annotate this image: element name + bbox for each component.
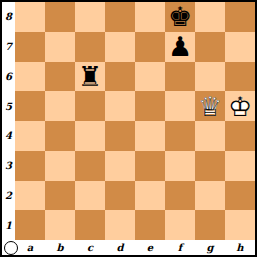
square-f6[interactable]: [165, 62, 195, 92]
square-c2[interactable]: [75, 181, 105, 211]
square-a1[interactable]: [15, 210, 45, 240]
square-e8[interactable]: [135, 2, 165, 32]
black-pawn[interactable]: ♟: [165, 32, 195, 61]
square-c4[interactable]: [75, 121, 105, 151]
square-g2[interactable]: [195, 181, 225, 211]
square-c3[interactable]: [75, 151, 105, 181]
file-label-g: g: [195, 240, 225, 255]
square-b1[interactable]: [45, 210, 75, 240]
square-e5[interactable]: [135, 91, 165, 121]
square-d1[interactable]: [105, 210, 135, 240]
square-a7[interactable]: [15, 32, 45, 62]
square-a3[interactable]: [15, 151, 45, 181]
file-label-e: e: [135, 240, 165, 255]
rank-label-3: 3: [2, 151, 15, 181]
square-c5[interactable]: [75, 91, 105, 121]
square-f8[interactable]: ♚: [165, 2, 195, 32]
square-d3[interactable]: [105, 151, 135, 181]
square-g4[interactable]: [195, 121, 225, 151]
rank-label-6: 6: [2, 62, 15, 92]
square-b8[interactable]: [45, 2, 75, 32]
square-f4[interactable]: [165, 121, 195, 151]
black-king[interactable]: ♚: [165, 2, 195, 31]
rank-labels: 8 7 6 5 4 3 2 1: [2, 2, 15, 240]
rank-label-2: 2: [2, 181, 15, 211]
square-h5[interactable]: ♚♔: [225, 91, 255, 121]
square-f1[interactable]: [165, 210, 195, 240]
square-a2[interactable]: [15, 181, 45, 211]
square-e3[interactable]: [135, 151, 165, 181]
file-label-d: d: [105, 240, 135, 255]
white-king-outline: ♔: [225, 92, 255, 121]
square-g6[interactable]: [195, 62, 225, 92]
square-e2[interactable]: [135, 181, 165, 211]
square-g7[interactable]: [195, 32, 225, 62]
square-d7[interactable]: [105, 32, 135, 62]
black-rook[interactable]: ♜: [75, 62, 105, 91]
square-b5[interactable]: [45, 91, 75, 121]
chess-board: ♚♟♜♛♕♚♔: [15, 2, 255, 240]
square-d4[interactable]: [105, 121, 135, 151]
square-f2[interactable]: [165, 181, 195, 211]
file-label-b: b: [45, 240, 75, 255]
file-label-h: h: [225, 240, 255, 255]
square-c7[interactable]: [75, 32, 105, 62]
square-f5[interactable]: [165, 91, 195, 121]
square-h1[interactable]: [225, 210, 255, 240]
square-a4[interactable]: [15, 121, 45, 151]
square-h7[interactable]: [225, 32, 255, 62]
square-a5[interactable]: [15, 91, 45, 121]
square-b6[interactable]: [45, 62, 75, 92]
square-g5[interactable]: ♛♕: [195, 91, 225, 121]
white-queen[interactable]: ♛♕: [195, 92, 225, 121]
square-e4[interactable]: [135, 121, 165, 151]
square-b7[interactable]: [45, 32, 75, 62]
square-g3[interactable]: [195, 151, 225, 181]
square-d5[interactable]: [105, 91, 135, 121]
file-label-c: c: [75, 240, 105, 255]
square-c6[interactable]: ♜: [75, 62, 105, 92]
square-h2[interactable]: [225, 181, 255, 211]
square-h4[interactable]: [225, 121, 255, 151]
white-queen-outline: ♕: [195, 92, 225, 121]
square-d2[interactable]: [105, 181, 135, 211]
white-to-move-indicator: [4, 241, 18, 255]
square-f3[interactable]: [165, 151, 195, 181]
chess-diagram: 8 7 6 5 4 3 2 1 ♚♟♜♛♕♚♔ a b c d e f g h: [0, 0, 257, 257]
rank-label-4: 4: [2, 121, 15, 151]
rank-label-7: 7: [2, 32, 15, 62]
square-a8[interactable]: [15, 2, 45, 32]
square-d8[interactable]: [105, 2, 135, 32]
square-e7[interactable]: [135, 32, 165, 62]
file-label-a: a: [15, 240, 45, 255]
square-b4[interactable]: [45, 121, 75, 151]
file-labels: a b c d e f g h: [15, 240, 255, 255]
square-c8[interactable]: [75, 2, 105, 32]
square-d6[interactable]: [105, 62, 135, 92]
square-b3[interactable]: [45, 151, 75, 181]
rank-label-5: 5: [2, 91, 15, 121]
square-g8[interactable]: [195, 2, 225, 32]
square-h3[interactable]: [225, 151, 255, 181]
square-h6[interactable]: [225, 62, 255, 92]
square-h8[interactable]: [225, 2, 255, 32]
square-a6[interactable]: [15, 62, 45, 92]
rank-label-8: 8: [2, 2, 15, 32]
square-e1[interactable]: [135, 210, 165, 240]
white-king[interactable]: ♚♔: [225, 92, 255, 121]
square-b2[interactable]: [45, 181, 75, 211]
file-label-f: f: [165, 240, 195, 255]
rank-label-1: 1: [2, 210, 15, 240]
square-c1[interactable]: [75, 210, 105, 240]
square-e6[interactable]: [135, 62, 165, 92]
square-f7[interactable]: ♟: [165, 32, 195, 62]
square-g1[interactable]: [195, 210, 225, 240]
